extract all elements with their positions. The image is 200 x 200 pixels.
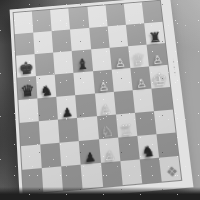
square-h6[interactable]: ♙ bbox=[146, 43, 167, 66]
square-h7[interactable]: ♜ bbox=[144, 22, 165, 45]
piece-black-knight-g2[interactable]: ♞ bbox=[141, 144, 155, 159]
square-d8[interactable] bbox=[69, 7, 89, 30]
square-b7[interactable] bbox=[33, 31, 53, 54]
square-f6[interactable]: ♙ bbox=[109, 46, 130, 69]
square-h4[interactable] bbox=[151, 87, 173, 111]
square-c3[interactable] bbox=[58, 118, 79, 143]
square-e8[interactable] bbox=[87, 5, 107, 28]
piece-black-queen-a5[interactable]: ♛ bbox=[20, 83, 35, 100]
square-h8[interactable] bbox=[142, 1, 163, 24]
square-d6[interactable]: ♝ bbox=[72, 49, 93, 72]
square-g5[interactable]: ♙ bbox=[130, 66, 151, 90]
square-a3[interactable] bbox=[20, 121, 41, 146]
square-f4[interactable] bbox=[113, 90, 134, 114]
piece-white-pawn-e2[interactable]: ♙ bbox=[104, 149, 116, 162]
square-d7[interactable] bbox=[70, 28, 90, 51]
piece-white-pawn-e5[interactable]: ♙ bbox=[98, 81, 110, 94]
square-f8[interactable] bbox=[105, 4, 125, 27]
square-a4[interactable] bbox=[18, 98, 38, 122]
square-c8[interactable] bbox=[50, 8, 70, 31]
chessboard: ♜♚♝♙♕♙♛♞♙♙♔♟♙♘♖♟♙♞ ❖ ·•·•·•· bbox=[10, 0, 194, 200]
square-d4[interactable] bbox=[76, 94, 97, 118]
square-g6[interactable]: ♕ bbox=[128, 45, 149, 68]
square-c6[interactable] bbox=[53, 51, 73, 74]
piece-white-king-h5[interactable]: ♔ bbox=[151, 71, 168, 89]
square-g7[interactable] bbox=[126, 23, 147, 46]
square-a2[interactable] bbox=[21, 144, 42, 169]
square-g1[interactable] bbox=[139, 158, 161, 184]
chessboard-grid: ♜♚♝♙♕♙♛♞♙♙♔♟♙♘♖♟♙♞ bbox=[14, 1, 182, 194]
square-g8[interactable] bbox=[124, 2, 145, 25]
square-a5[interactable]: ♛ bbox=[17, 76, 37, 100]
table-shadow-band bbox=[0, 187, 200, 200]
square-d2[interactable]: ♟ bbox=[79, 139, 100, 164]
photo-scene: ♜♚♝♙♕♙♛♞♙♙♔♟♙♘♖♟♙♞ ❖ ·•·•·•· bbox=[0, 0, 200, 200]
piece-white-pawn-f6[interactable]: ♙ bbox=[114, 57, 126, 69]
square-b8[interactable] bbox=[32, 10, 52, 33]
piece-white-pawn-g5[interactable]: ♙ bbox=[135, 77, 147, 90]
square-g2[interactable]: ♞ bbox=[137, 134, 159, 159]
square-c7[interactable] bbox=[52, 29, 72, 52]
square-h2[interactable] bbox=[156, 133, 178, 158]
piece-black-rook-h7[interactable]: ♜ bbox=[148, 30, 162, 44]
piece-black-pawn-d2[interactable]: ♟ bbox=[84, 151, 96, 164]
square-f2[interactable] bbox=[118, 136, 140, 161]
square-e6[interactable] bbox=[91, 48, 112, 71]
square-e5[interactable]: ♙ bbox=[93, 70, 114, 94]
square-c2[interactable] bbox=[60, 141, 81, 166]
square-f1[interactable] bbox=[120, 159, 142, 185]
square-e1[interactable] bbox=[101, 161, 123, 187]
piece-black-bishop-d6[interactable]: ♝ bbox=[75, 57, 89, 72]
square-e7[interactable] bbox=[89, 26, 109, 49]
square-b2[interactable] bbox=[40, 143, 61, 168]
piece-black-king-a6[interactable]: ♚ bbox=[18, 60, 34, 78]
square-c4[interactable]: ♟ bbox=[57, 95, 78, 119]
square-e4[interactable]: ♙ bbox=[95, 92, 116, 116]
square-d5[interactable] bbox=[74, 71, 95, 95]
square-f7[interactable] bbox=[107, 25, 128, 48]
square-c5[interactable] bbox=[55, 73, 76, 97]
piece-white-knight-e3[interactable]: ♘ bbox=[101, 124, 115, 139]
square-f3[interactable]: ♖ bbox=[116, 113, 137, 138]
piece-black-knight-b5[interactable]: ♞ bbox=[40, 83, 53, 98]
square-g4[interactable] bbox=[132, 89, 153, 113]
piece-white-rook-f3[interactable]: ♖ bbox=[120, 122, 134, 137]
square-h3[interactable] bbox=[154, 110, 176, 135]
square-a7[interactable] bbox=[15, 33, 35, 56]
square-f5[interactable] bbox=[111, 68, 132, 92]
square-e3[interactable]: ♘ bbox=[96, 115, 117, 140]
piece-white-pawn-h6[interactable]: ♙ bbox=[152, 54, 164, 66]
square-b6[interactable] bbox=[35, 53, 55, 77]
square-d1[interactable] bbox=[81, 163, 103, 189]
square-b3[interactable] bbox=[39, 120, 60, 145]
piece-white-pawn-e4[interactable]: ♙ bbox=[100, 103, 112, 116]
square-a8[interactable] bbox=[14, 11, 34, 34]
board-logo-emblem: ❖ bbox=[165, 164, 178, 179]
square-d3[interactable] bbox=[77, 116, 98, 141]
square-g3[interactable] bbox=[135, 111, 157, 136]
square-h5[interactable]: ♔ bbox=[149, 65, 170, 89]
piece-black-pawn-c4[interactable]: ♟ bbox=[61, 106, 73, 119]
board-edge-text: ·•·•·•· bbox=[171, 58, 178, 77]
square-b5[interactable]: ♞ bbox=[36, 74, 56, 98]
square-e2[interactable]: ♙ bbox=[98, 138, 120, 163]
square-b4[interactable] bbox=[37, 97, 58, 121]
piece-white-queen-g6[interactable]: ♕ bbox=[131, 51, 147, 67]
square-a6[interactable]: ♚ bbox=[16, 54, 36, 78]
